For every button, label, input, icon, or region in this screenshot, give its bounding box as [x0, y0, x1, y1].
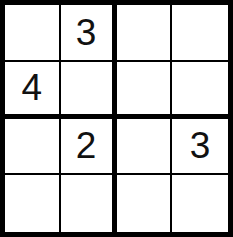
cell-r1c3-empty[interactable]	[117, 5, 173, 62]
cell-r2c4-empty[interactable]	[172, 62, 228, 119]
cell-r1c1-empty[interactable]	[5, 5, 61, 62]
cell-r3c3-empty[interactable]	[117, 119, 173, 176]
cell-r3c4-given: 3	[172, 119, 228, 176]
cell-r1c4-empty[interactable]	[172, 5, 228, 62]
cell-r2c2-empty[interactable]	[61, 62, 117, 119]
cell-r3c1-empty[interactable]	[5, 119, 61, 176]
cell-r4c2-empty[interactable]	[61, 175, 117, 232]
sudoku-board: 3423	[0, 0, 233, 237]
cell-r2c1-given: 4	[5, 62, 61, 119]
cell-r1c2-given: 3	[61, 5, 117, 62]
cell-r4c4-empty[interactable]	[172, 175, 228, 232]
cell-r3c2-given: 2	[61, 119, 117, 176]
cell-r2c3-empty[interactable]	[117, 62, 173, 119]
cell-r4c3-empty[interactable]	[117, 175, 173, 232]
cell-r4c1-empty[interactable]	[5, 175, 61, 232]
